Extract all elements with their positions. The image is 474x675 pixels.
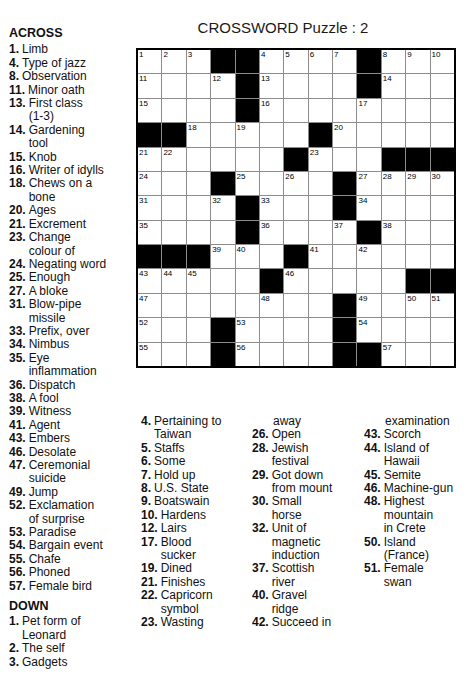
letter-cell[interactable]: 33 — [260, 196, 283, 219]
clue-text: Machine-gun — [384, 482, 453, 495]
cell-number: 12 — [212, 74, 221, 83]
letter-cell[interactable] — [260, 172, 283, 195]
clue-item: 17.Bloodsucker — [141, 536, 251, 563]
letter-cell[interactable]: 44 — [162, 269, 185, 292]
letter-cell[interactable]: 47 — [138, 294, 161, 317]
cell-number: 51 — [432, 294, 441, 303]
clue-item: 37.Scottishriver — [252, 562, 362, 589]
letter-cell[interactable]: 32 — [211, 196, 234, 219]
letter-cell[interactable]: 25 — [236, 172, 259, 195]
down-clues-column-3: away26.Open28.Jewishfestival29.Got downf… — [252, 415, 362, 630]
clue-item: 21.Excrement — [9, 218, 136, 231]
clue-number: 3. — [9, 656, 19, 669]
letter-cell[interactable] — [406, 343, 429, 366]
letter-cell[interactable] — [211, 148, 234, 171]
cell-number: 23 — [310, 148, 319, 157]
cell-number: 25 — [237, 172, 246, 181]
letter-cell[interactable] — [382, 99, 405, 122]
clue-item: 18.Chews on abone — [9, 177, 136, 204]
letter-cell[interactable]: 21 — [138, 148, 161, 171]
letter-cell[interactable] — [431, 221, 454, 244]
letter-cell[interactable]: 34 — [357, 196, 380, 219]
clue-text: Paradise — [29, 526, 76, 539]
cell-number: 47 — [139, 294, 148, 303]
letter-cell[interactable]: 23 — [309, 148, 332, 171]
cell-number: 39 — [212, 245, 221, 254]
letter-cell[interactable] — [382, 245, 405, 268]
cell-number: 32 — [212, 196, 221, 205]
letter-cell[interactable] — [406, 221, 429, 244]
clue-text: Writer of idylls — [29, 164, 104, 177]
letter-cell[interactable] — [162, 172, 185, 195]
clue-text: Type of jazz — [22, 57, 86, 70]
block-cell — [236, 50, 259, 73]
clue-text: Female bird — [29, 580, 92, 593]
letter-cell[interactable]: 57 — [382, 343, 405, 366]
cell-number: 3 — [188, 50, 192, 59]
clue-number: 19. — [141, 562, 158, 575]
letter-cell[interactable] — [431, 318, 454, 341]
clue-number: 21. — [141, 576, 158, 589]
letter-cell[interactable]: 11 — [138, 74, 161, 97]
letter-cell[interactable]: 15 — [138, 99, 161, 122]
block-cell — [236, 99, 259, 122]
letter-cell[interactable]: 19 — [236, 123, 259, 146]
letter-cell[interactable]: 8 — [382, 50, 405, 73]
letter-cell[interactable] — [260, 245, 283, 268]
clue-text: Smallhorse — [272, 495, 302, 522]
letter-cell[interactable] — [187, 221, 210, 244]
letter-cell[interactable]: 28 — [382, 172, 405, 195]
letter-cell[interactable] — [406, 99, 429, 122]
letter-cell[interactable]: 7 — [333, 50, 356, 73]
letter-cell[interactable] — [333, 99, 356, 122]
clue-number: 28. — [252, 442, 269, 455]
letter-cell[interactable]: 12 — [211, 74, 234, 97]
letter-cell[interactable]: 1 — [138, 50, 161, 73]
letter-cell[interactable] — [309, 172, 332, 195]
block-cell — [357, 343, 380, 366]
letter-cell[interactable] — [284, 318, 307, 341]
clue-number: 4. — [9, 57, 19, 70]
clue-number: 24. — [9, 258, 26, 271]
clue-item: 55.Chafe — [9, 553, 136, 566]
clue-text: Gravelridge — [272, 589, 307, 616]
clue-number: 54. — [9, 539, 26, 552]
cell-number: 15 — [139, 99, 148, 108]
clue-number: 18. — [9, 177, 26, 190]
clue-text: A bloke — [29, 285, 68, 298]
block-cell — [138, 245, 161, 268]
letter-cell[interactable] — [309, 343, 332, 366]
clue-item: 52.Exclamationof surprise — [9, 499, 136, 526]
letter-cell[interactable] — [162, 221, 185, 244]
cell-number: 55 — [139, 343, 148, 352]
across-heading: ACROSS — [9, 27, 136, 40]
block-cell — [187, 245, 210, 268]
letter-cell[interactable] — [211, 123, 234, 146]
clue-text: Gardeningtool — [29, 124, 85, 151]
clue-item: 25.Enough — [9, 271, 136, 284]
clue-text: Knob — [29, 151, 57, 164]
block-cell — [211, 172, 234, 195]
clue-text: Bargain event — [29, 539, 103, 552]
block-cell — [236, 196, 259, 219]
clue-number: 47. — [9, 459, 26, 472]
clue-text: Observation — [22, 70, 87, 83]
letter-cell[interactable] — [187, 99, 210, 122]
letter-cell[interactable]: 4 — [260, 50, 283, 73]
clue-text: Dined — [161, 562, 192, 575]
cell-number: 54 — [358, 318, 367, 327]
clue-item: 21.Finishes — [141, 576, 251, 589]
letter-cell[interactable]: 37 — [333, 221, 356, 244]
letter-cell[interactable] — [357, 123, 380, 146]
letter-cell[interactable] — [406, 245, 429, 268]
cell-number: 34 — [358, 196, 367, 205]
clue-text: Chews on abone — [29, 177, 92, 204]
letter-cell[interactable] — [284, 294, 307, 317]
clue-text: A fool — [29, 392, 59, 405]
letter-cell[interactable]: 10 — [431, 50, 454, 73]
clue-number: 4. — [141, 415, 151, 428]
clue-item: 15.Knob — [9, 151, 136, 164]
clue-item: 8.U.S. State — [141, 482, 251, 495]
clue-item: 22.Capricornsymbol — [141, 589, 251, 616]
letter-cell[interactable] — [162, 196, 185, 219]
clue-text: Unit ofmagneticinduction — [272, 522, 321, 562]
letter-cell[interactable]: 52 — [138, 318, 161, 341]
letter-cell[interactable]: 40 — [236, 245, 259, 268]
letter-cell[interactable]: 5 — [284, 50, 307, 73]
letter-cell[interactable] — [431, 123, 454, 146]
letter-cell[interactable]: 39 — [211, 245, 234, 268]
letter-cell[interactable]: 26 — [284, 172, 307, 195]
cell-number: 48 — [261, 294, 270, 303]
clue-number: 8. — [141, 482, 151, 495]
cell-number: 16 — [261, 99, 270, 108]
cell-number: 45 — [188, 269, 197, 278]
clue-text: Changecolour of — [29, 231, 75, 258]
letter-cell[interactable] — [187, 172, 210, 195]
down-clues-column-4: examination43.Scorch44.Island ofHawaii45… — [364, 415, 474, 589]
block-cell — [162, 123, 185, 146]
clue-number: 40. — [252, 589, 269, 602]
clue-item: 2.The self — [9, 642, 136, 655]
clue-item: away — [252, 415, 362, 428]
clue-number: 53. — [9, 526, 26, 539]
letter-cell[interactable]: 16 — [260, 99, 283, 122]
letter-cell[interactable] — [309, 269, 332, 292]
letter-cell[interactable]: 56 — [236, 343, 259, 366]
clue-number: 23. — [9, 231, 26, 244]
letter-cell[interactable]: 3 — [187, 50, 210, 73]
block-cell — [309, 123, 332, 146]
letter-cell[interactable] — [309, 221, 332, 244]
letter-cell[interactable]: 54 — [357, 318, 380, 341]
cell-number: 11 — [139, 74, 147, 83]
letter-cell[interactable] — [431, 245, 454, 268]
clue-number: 2. — [9, 642, 19, 655]
clue-text: Desolate — [29, 446, 76, 459]
clue-item: 1.Limb — [9, 43, 136, 56]
letter-cell[interactable]: 17 — [357, 99, 380, 122]
block-cell — [431, 148, 454, 171]
letter-cell[interactable] — [236, 148, 259, 171]
letter-cell[interactable]: 24 — [138, 172, 161, 195]
clue-text: Enough — [29, 271, 70, 284]
clue-number: 29. — [252, 469, 269, 482]
clue-number: 39. — [9, 405, 26, 418]
letter-cell[interactable] — [333, 245, 356, 268]
across-clues-list: 1.Limb4.Type of jazz8.Observation11.Mino… — [9, 43, 136, 593]
clue-text: Scorch — [384, 428, 421, 441]
letter-cell[interactable]: 45 — [187, 269, 210, 292]
letter-cell[interactable] — [382, 123, 405, 146]
block-cell — [382, 148, 405, 171]
clue-number: 31. — [9, 298, 26, 311]
block-cell — [333, 172, 356, 195]
letter-cell[interactable]: 51 — [431, 294, 454, 317]
letter-cell[interactable]: 46 — [284, 269, 307, 292]
block-cell — [333, 318, 356, 341]
letter-cell[interactable] — [309, 196, 332, 219]
letter-cell[interactable]: 20 — [333, 123, 356, 146]
letter-cell[interactable]: 49 — [357, 294, 380, 317]
letter-cell[interactable] — [211, 294, 234, 317]
cell-number: 7 — [334, 50, 338, 59]
letter-cell[interactable]: 22 — [162, 148, 185, 171]
clue-number: 7. — [141, 469, 151, 482]
letter-cell[interactable] — [382, 269, 405, 292]
letter-cell[interactable]: 9 — [406, 50, 429, 73]
clue-text: Pertaining toTaiwan — [154, 415, 221, 442]
clue-text: Phoned — [29, 566, 70, 579]
cell-number: 8 — [383, 50, 387, 59]
clue-text: Staffs — [154, 442, 184, 455]
letter-cell[interactable] — [187, 196, 210, 219]
clue-item: 51.Femaleswan — [364, 562, 474, 589]
cell-number: 1 — [139, 50, 143, 59]
letter-cell[interactable]: 2 — [162, 50, 185, 73]
cell-number: 26 — [285, 172, 294, 181]
letter-cell[interactable]: 13 — [260, 74, 283, 97]
block-cell — [236, 74, 259, 97]
letter-cell[interactable] — [284, 74, 307, 97]
letter-cell[interactable] — [284, 196, 307, 219]
clue-text: Some — [154, 455, 185, 468]
clue-item: 13.First class(1-3) — [9, 97, 136, 124]
cell-number: 36 — [261, 221, 270, 230]
down-clues-column-2: 4.Pertaining toTaiwan5.Staffs6.Some7.Hol… — [141, 415, 251, 630]
clue-text: Scottishriver — [272, 562, 315, 589]
letter-cell[interactable] — [260, 343, 283, 366]
letter-cell[interactable] — [406, 318, 429, 341]
letter-cell[interactable] — [309, 99, 332, 122]
clue-text: Semite — [384, 469, 421, 482]
clue-item: 42.Succeed in — [252, 616, 362, 629]
letter-cell[interactable] — [309, 318, 332, 341]
clue-number: 26. — [252, 428, 269, 441]
block-cell — [211, 50, 234, 73]
letter-cell[interactable] — [431, 74, 454, 97]
clue-text: Succeed in — [272, 616, 331, 629]
clue-number: 38. — [9, 392, 26, 405]
block-cell — [162, 245, 185, 268]
letter-cell[interactable]: 42 — [357, 245, 380, 268]
letter-cell[interactable] — [260, 148, 283, 171]
clue-item: 10.Hardens — [141, 509, 251, 522]
cell-number: 44 — [163, 269, 172, 278]
letter-cell[interactable] — [162, 318, 185, 341]
letter-cell[interactable] — [162, 343, 185, 366]
clue-item: 14.Gardeningtool — [9, 124, 136, 151]
cell-number: 33 — [261, 196, 270, 205]
clue-text: Got downfrom mount — [272, 469, 333, 496]
letter-cell[interactable] — [333, 148, 356, 171]
clue-text: The self — [22, 642, 65, 655]
letter-cell[interactable] — [236, 294, 259, 317]
letter-cell[interactable] — [284, 123, 307, 146]
letter-cell[interactable]: 41 — [309, 245, 332, 268]
letter-cell[interactable] — [284, 99, 307, 122]
block-cell — [333, 196, 356, 219]
cell-number: 24 — [139, 172, 148, 181]
clue-text: Gadgets — [22, 656, 67, 669]
cell-number: 49 — [358, 294, 367, 303]
letter-cell[interactable]: 53 — [236, 318, 259, 341]
letter-cell[interactable] — [431, 343, 454, 366]
letter-cell[interactable] — [357, 148, 380, 171]
letter-cell[interactable] — [333, 269, 356, 292]
clue-text: Chafe — [29, 553, 61, 566]
letter-cell[interactable] — [162, 74, 185, 97]
block-cell — [260, 269, 283, 292]
letter-cell[interactable]: 50 — [406, 294, 429, 317]
clue-text: Limb — [22, 43, 48, 56]
clue-item: 39.Witness — [9, 405, 136, 418]
cell-number: 31 — [139, 196, 148, 205]
letter-cell[interactable]: 35 — [138, 221, 161, 244]
letter-cell[interactable] — [382, 294, 405, 317]
clue-number: 1. — [9, 615, 19, 628]
letter-cell[interactable] — [162, 99, 185, 122]
letter-cell[interactable] — [260, 123, 283, 146]
clue-text: Open — [272, 428, 301, 441]
letter-cell[interactable] — [187, 318, 210, 341]
letter-cell[interactable]: 48 — [260, 294, 283, 317]
cell-number: 18 — [188, 123, 197, 132]
cell-number: 50 — [407, 294, 416, 303]
letter-cell[interactable] — [357, 269, 380, 292]
letter-cell[interactable] — [211, 269, 234, 292]
letter-cell[interactable]: 31 — [138, 196, 161, 219]
letter-cell[interactable] — [187, 148, 210, 171]
letter-cell[interactable] — [162, 294, 185, 317]
letter-cell[interactable] — [382, 196, 405, 219]
letter-cell[interactable] — [309, 74, 332, 97]
clue-number: 22. — [141, 589, 158, 602]
clue-text: Prefix, over — [29, 325, 90, 338]
letter-cell[interactable]: 18 — [187, 123, 210, 146]
letter-cell[interactable]: 29 — [406, 172, 429, 195]
cell-number: 4 — [261, 50, 265, 59]
letter-cell[interactable]: 6 — [309, 50, 332, 73]
letter-cell[interactable] — [382, 318, 405, 341]
letter-cell[interactable] — [431, 196, 454, 219]
letter-cell[interactable] — [406, 74, 429, 97]
cell-number: 5 — [285, 50, 289, 59]
letter-cell[interactable] — [284, 221, 307, 244]
letter-cell[interactable]: 36 — [260, 221, 283, 244]
clue-number: 45. — [364, 469, 381, 482]
clue-text: Ages — [29, 204, 56, 217]
clue-number: 13. — [9, 97, 26, 110]
clue-item: 46.Desolate — [9, 446, 136, 459]
letter-cell[interactable] — [236, 269, 259, 292]
letter-cell[interactable] — [187, 294, 210, 317]
clue-text: Island ofHawaii — [384, 442, 429, 469]
letter-cell[interactable] — [431, 99, 454, 122]
letter-cell[interactable] — [309, 294, 332, 317]
letter-cell[interactable] — [187, 74, 210, 97]
clue-item: 4.Pertaining toTaiwan — [141, 415, 251, 442]
clue-number: 20. — [9, 204, 26, 217]
clue-text: Boatswain — [154, 495, 209, 508]
letter-cell[interactable]: 27 — [357, 172, 380, 195]
clue-item: 19.Dined — [141, 562, 251, 575]
letter-cell[interactable]: 14 — [382, 74, 405, 97]
clue-text: Ceremonialsuicide — [29, 459, 90, 486]
clue-number: 49. — [9, 486, 26, 499]
letter-cell[interactable] — [406, 196, 429, 219]
letter-cell[interactable] — [211, 221, 234, 244]
block-cell — [211, 343, 234, 366]
clue-number: 44. — [364, 442, 381, 455]
clue-number: 36. — [9, 379, 26, 392]
clue-text: Capricornsymbol — [161, 589, 213, 616]
clue-item: 9.Boatswain — [141, 495, 251, 508]
letter-cell[interactable] — [187, 343, 210, 366]
clue-number: 56. — [9, 566, 26, 579]
cell-number: 27 — [358, 172, 367, 181]
letter-cell[interactable] — [406, 123, 429, 146]
letter-cell[interactable]: 30 — [431, 172, 454, 195]
cell-number: 41 — [310, 245, 319, 254]
letter-cell[interactable] — [333, 74, 356, 97]
clue-text: Exclamationof surprise — [29, 499, 94, 526]
block-cell — [333, 343, 356, 366]
clue-item: 27.A bloke — [9, 285, 136, 298]
letter-cell[interactable]: 43 — [138, 269, 161, 292]
letter-cell[interactable]: 55 — [138, 343, 161, 366]
block-cell — [357, 50, 380, 73]
block-cell — [236, 221, 259, 244]
clue-item: 54.Bargain event — [9, 539, 136, 552]
letter-cell[interactable] — [211, 99, 234, 122]
clue-item: 33.Prefix, over — [9, 325, 136, 338]
clue-text: Eyeinflammation — [29, 352, 97, 379]
letter-cell[interactable] — [284, 343, 307, 366]
clue-item: 20.Ages — [9, 204, 136, 217]
cell-number: 13 — [261, 74, 270, 83]
letter-cell[interactable]: 38 — [382, 221, 405, 244]
clue-item: 29.Got downfrom mount — [252, 469, 362, 496]
clue-number: 8. — [9, 70, 19, 83]
clue-text: Pet form ofLeonard — [22, 615, 81, 642]
clue-text: Witness — [29, 405, 72, 418]
letter-cell[interactable] — [260, 318, 283, 341]
